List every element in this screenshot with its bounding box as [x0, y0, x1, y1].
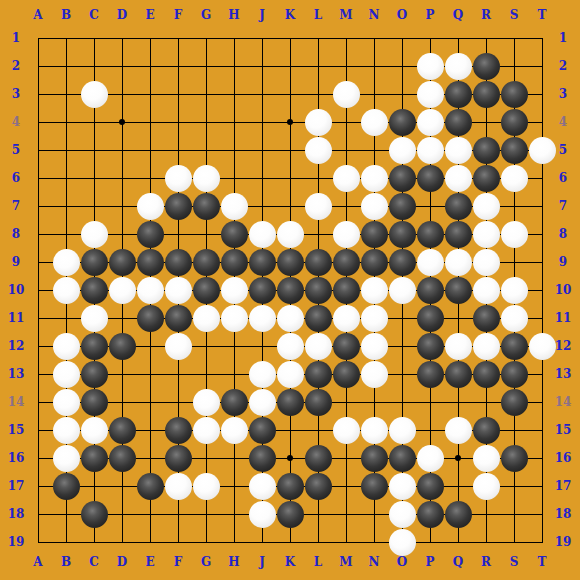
white-stone [221, 277, 248, 304]
black-stone [305, 389, 332, 416]
white-stone [81, 81, 108, 108]
white-stone [361, 361, 388, 388]
white-stone [333, 81, 360, 108]
white-stone [165, 333, 192, 360]
white-stone [53, 249, 80, 276]
black-stone [277, 277, 304, 304]
row-label-right: 12 [549, 338, 577, 354]
white-stone [277, 305, 304, 332]
column-label-bottom: B [52, 554, 80, 570]
white-stone [417, 445, 444, 472]
black-stone [137, 221, 164, 248]
black-stone [501, 81, 528, 108]
black-stone [389, 445, 416, 472]
column-label-bottom: H [220, 554, 248, 570]
white-stone [333, 221, 360, 248]
go-board[interactable]: AABBCCDDEEFFGGHHJJKKLLMMNNOOPPQQRRSSTT11… [0, 0, 580, 580]
white-stone [445, 417, 472, 444]
column-label-top: E [136, 7, 164, 23]
black-stone [109, 417, 136, 444]
white-stone [361, 193, 388, 220]
black-stone [333, 277, 360, 304]
black-stone [221, 249, 248, 276]
black-stone [445, 109, 472, 136]
black-stone [109, 249, 136, 276]
column-label-top: F [164, 7, 192, 23]
column-label-top: J [248, 7, 276, 23]
white-stone [165, 277, 192, 304]
black-stone [137, 473, 164, 500]
row-label-right: 5 [549, 142, 577, 158]
column-label-top: H [220, 7, 248, 23]
row-label-right: 14 [549, 394, 577, 410]
row-label-right: 17 [549, 478, 577, 494]
row-label-left: 19 [2, 534, 30, 550]
black-stone [445, 277, 472, 304]
row-label-left: 18 [2, 506, 30, 522]
white-stone [81, 417, 108, 444]
black-stone [473, 81, 500, 108]
white-stone [417, 109, 444, 136]
black-stone [473, 53, 500, 80]
black-stone [361, 249, 388, 276]
white-stone [193, 417, 220, 444]
star-point [287, 119, 293, 125]
row-label-left: 7 [2, 198, 30, 214]
white-stone [501, 277, 528, 304]
column-label-top: P [416, 7, 444, 23]
white-stone [249, 473, 276, 500]
white-stone [501, 165, 528, 192]
column-label-top: T [528, 7, 556, 23]
black-stone [417, 333, 444, 360]
black-stone [501, 109, 528, 136]
white-stone [473, 221, 500, 248]
row-label-left: 11 [2, 310, 30, 326]
black-stone [445, 361, 472, 388]
black-stone [501, 361, 528, 388]
white-stone [53, 417, 80, 444]
row-label-right: 2 [549, 58, 577, 74]
column-label-top: R [472, 7, 500, 23]
white-stone [361, 109, 388, 136]
white-stone [361, 333, 388, 360]
white-stone [165, 165, 192, 192]
black-stone [305, 473, 332, 500]
column-label-bottom: T [528, 554, 556, 570]
black-stone [333, 249, 360, 276]
row-label-left: 12 [2, 338, 30, 354]
white-stone [165, 473, 192, 500]
black-stone [305, 277, 332, 304]
white-stone [81, 221, 108, 248]
grid-line-vertical [542, 38, 543, 543]
white-stone [277, 361, 304, 388]
column-label-bottom: M [332, 554, 360, 570]
column-label-top: N [360, 7, 388, 23]
black-stone [389, 165, 416, 192]
black-stone [473, 417, 500, 444]
white-stone [53, 333, 80, 360]
black-stone [165, 305, 192, 332]
black-stone [333, 361, 360, 388]
row-label-right: 11 [549, 310, 577, 326]
white-stone [389, 417, 416, 444]
white-stone [361, 165, 388, 192]
black-stone [473, 165, 500, 192]
black-stone [445, 221, 472, 248]
black-stone [277, 249, 304, 276]
white-stone [137, 277, 164, 304]
row-label-right: 18 [549, 506, 577, 522]
white-stone [445, 249, 472, 276]
white-stone [109, 277, 136, 304]
black-stone [249, 249, 276, 276]
white-stone [501, 221, 528, 248]
column-label-bottom: Q [444, 554, 472, 570]
row-label-left: 13 [2, 366, 30, 382]
black-stone [389, 193, 416, 220]
black-stone [165, 445, 192, 472]
white-stone [361, 305, 388, 332]
star-point [119, 119, 125, 125]
white-stone [249, 305, 276, 332]
white-stone [417, 137, 444, 164]
black-stone [473, 361, 500, 388]
black-stone [333, 333, 360, 360]
white-stone [445, 165, 472, 192]
black-stone [417, 305, 444, 332]
white-stone [221, 417, 248, 444]
column-label-bottom: G [192, 554, 220, 570]
row-label-left: 2 [2, 58, 30, 74]
white-stone [361, 277, 388, 304]
black-stone [389, 249, 416, 276]
black-stone [473, 137, 500, 164]
row-label-left: 15 [2, 422, 30, 438]
black-stone [445, 193, 472, 220]
black-stone [249, 277, 276, 304]
column-label-bottom: P [416, 554, 444, 570]
white-stone [221, 193, 248, 220]
white-stone [473, 193, 500, 220]
row-label-left: 10 [2, 282, 30, 298]
row-label-left: 8 [2, 226, 30, 242]
white-stone [417, 81, 444, 108]
white-stone [249, 389, 276, 416]
white-stone [417, 53, 444, 80]
black-stone [417, 473, 444, 500]
row-label-right: 13 [549, 366, 577, 382]
black-stone [249, 417, 276, 444]
black-stone [277, 473, 304, 500]
row-label-left: 5 [2, 142, 30, 158]
white-stone [221, 305, 248, 332]
row-label-left: 4 [2, 114, 30, 130]
column-label-bottom: O [388, 554, 416, 570]
black-stone [501, 389, 528, 416]
black-stone [109, 445, 136, 472]
black-stone [417, 221, 444, 248]
grid-line-horizontal [38, 542, 543, 543]
black-stone [417, 361, 444, 388]
white-stone [305, 109, 332, 136]
black-stone [361, 221, 388, 248]
white-stone [445, 53, 472, 80]
white-stone [249, 361, 276, 388]
row-label-right: 10 [549, 282, 577, 298]
white-stone [445, 333, 472, 360]
white-stone [389, 473, 416, 500]
column-label-top: G [192, 7, 220, 23]
black-stone [81, 249, 108, 276]
row-label-left: 1 [2, 30, 30, 46]
white-stone [53, 361, 80, 388]
black-stone [81, 445, 108, 472]
black-stone [221, 221, 248, 248]
black-stone [165, 249, 192, 276]
black-stone [305, 361, 332, 388]
white-stone [305, 137, 332, 164]
row-label-right: 15 [549, 422, 577, 438]
column-label-top: O [388, 7, 416, 23]
column-label-top: L [304, 7, 332, 23]
black-stone [81, 501, 108, 528]
white-stone [473, 445, 500, 472]
black-stone [501, 137, 528, 164]
row-label-right: 4 [549, 114, 577, 130]
black-stone [193, 193, 220, 220]
black-stone [445, 501, 472, 528]
white-stone [53, 445, 80, 472]
row-label-right: 19 [549, 534, 577, 550]
white-stone [473, 473, 500, 500]
black-stone [109, 333, 136, 360]
row-label-right: 16 [549, 450, 577, 466]
white-stone [249, 501, 276, 528]
column-label-bottom: A [24, 554, 52, 570]
column-label-top: B [52, 7, 80, 23]
black-stone [305, 305, 332, 332]
black-stone [445, 81, 472, 108]
black-stone [81, 277, 108, 304]
white-stone [53, 389, 80, 416]
black-stone [193, 249, 220, 276]
column-label-top: S [500, 7, 528, 23]
black-stone [417, 277, 444, 304]
row-label-left: 16 [2, 450, 30, 466]
black-stone [165, 193, 192, 220]
column-label-bottom: C [80, 554, 108, 570]
black-stone [305, 445, 332, 472]
white-stone [473, 277, 500, 304]
row-label-right: 3 [549, 86, 577, 102]
white-stone [445, 137, 472, 164]
row-label-right: 8 [549, 226, 577, 242]
column-label-bottom: D [108, 554, 136, 570]
column-label-top: C [80, 7, 108, 23]
black-stone [417, 501, 444, 528]
white-stone [81, 305, 108, 332]
white-stone [361, 417, 388, 444]
white-stone [277, 221, 304, 248]
white-stone [333, 417, 360, 444]
black-stone [305, 249, 332, 276]
column-label-bottom: E [136, 554, 164, 570]
white-stone [501, 305, 528, 332]
column-label-bottom: N [360, 554, 388, 570]
white-stone [193, 389, 220, 416]
column-label-bottom: L [304, 554, 332, 570]
black-stone [53, 473, 80, 500]
black-stone [501, 333, 528, 360]
black-stone [361, 473, 388, 500]
white-stone [417, 249, 444, 276]
white-stone [473, 249, 500, 276]
row-label-right: 9 [549, 254, 577, 270]
white-stone [277, 333, 304, 360]
row-label-left: 14 [2, 394, 30, 410]
white-stone [333, 305, 360, 332]
row-label-left: 3 [2, 86, 30, 102]
column-label-bottom: S [500, 554, 528, 570]
black-stone [501, 445, 528, 472]
black-stone [277, 501, 304, 528]
black-stone [81, 361, 108, 388]
column-label-bottom: R [472, 554, 500, 570]
black-stone [137, 249, 164, 276]
column-label-top: K [276, 7, 304, 23]
black-stone [81, 389, 108, 416]
white-stone [389, 501, 416, 528]
star-point [455, 455, 461, 461]
column-label-top: M [332, 7, 360, 23]
black-stone [165, 417, 192, 444]
column-label-top: A [24, 7, 52, 23]
black-stone [389, 109, 416, 136]
black-stone [193, 277, 220, 304]
white-stone [333, 165, 360, 192]
white-stone [305, 333, 332, 360]
column-label-top: Q [444, 7, 472, 23]
white-stone [193, 165, 220, 192]
row-label-left: 17 [2, 478, 30, 494]
row-label-right: 1 [549, 30, 577, 46]
black-stone [389, 221, 416, 248]
white-stone [193, 305, 220, 332]
black-stone [221, 389, 248, 416]
white-stone [389, 529, 416, 556]
column-label-bottom: J [248, 554, 276, 570]
black-stone [137, 305, 164, 332]
row-label-left: 6 [2, 170, 30, 186]
black-stone [473, 305, 500, 332]
black-stone [417, 165, 444, 192]
black-stone [249, 445, 276, 472]
black-stone [277, 389, 304, 416]
white-stone [249, 221, 276, 248]
column-label-bottom: K [276, 554, 304, 570]
row-label-right: 7 [549, 198, 577, 214]
white-stone [389, 277, 416, 304]
star-point [287, 455, 293, 461]
black-stone [81, 333, 108, 360]
row-label-left: 9 [2, 254, 30, 270]
white-stone [389, 137, 416, 164]
white-stone [193, 473, 220, 500]
white-stone [53, 277, 80, 304]
white-stone [473, 333, 500, 360]
white-stone [305, 193, 332, 220]
column-label-top: D [108, 7, 136, 23]
column-label-bottom: F [164, 554, 192, 570]
black-stone [361, 445, 388, 472]
white-stone [137, 193, 164, 220]
row-label-right: 6 [549, 170, 577, 186]
